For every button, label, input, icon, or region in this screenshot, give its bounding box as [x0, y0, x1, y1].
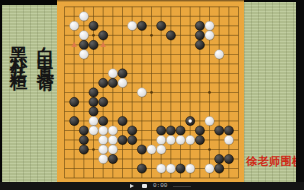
go-board-grid — [57, 0, 244, 182]
left-info-panel: 黑朴廷桓 白申真谞 — [2, 5, 57, 182]
video-frame: 黑朴廷桓 白申真谞 徐老师围棋教室 0:00 — [0, 0, 304, 190]
white-player-label: 白申真谞 — [33, 33, 57, 69]
progress-track[interactable] — [173, 186, 191, 187]
progress-handle[interactable] — [142, 184, 147, 188]
channel-watermark: 徐老师围棋教室 — [246, 154, 296, 169]
right-letterbox-bar — [296, 0, 304, 190]
video-time: 0:00 — [153, 182, 167, 190]
go-board[interactable] — [57, 0, 244, 182]
right-tatami-panel: 徐老师围棋教室 — [244, 2, 296, 183]
video-control-bar[interactable]: 0:00 — [0, 182, 304, 190]
play-icon[interactable] — [130, 184, 134, 188]
black-player-label: 黑朴廷桓 — [6, 33, 30, 69]
player-labels: 黑朴廷桓 白申真谞 — [6, 33, 57, 69]
